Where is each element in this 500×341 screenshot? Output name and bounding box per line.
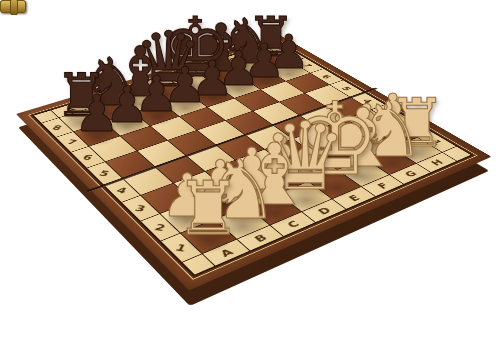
file-label-bottom-h-text: H: [428, 158, 445, 167]
rank-label-right-3-text: 3: [382, 110, 396, 117]
rank-label-right-6-text: 6: [320, 74, 333, 80]
rank-label-right-2-text: 2: [405, 124, 420, 131]
file-label-bottom-b-text: B: [252, 232, 269, 243]
chess-set-product-photo: ABCDEFGH8877665544332211ABCDEFGH ♜♞♝♛♚♝♞…: [0, 0, 500, 341]
rank-label-left-6-text: 6: [81, 153, 94, 161]
file-label-top-f-text: F: [202, 64, 214, 70]
rank-label-left-3-text: 3: [133, 203, 147, 212]
file-label-bottom-d-text: D: [315, 205, 333, 215]
file-label-bottom-a-text: A: [217, 247, 235, 259]
chess-board: ABCDEFGH8877665544332211ABCDEFGH: [16, 35, 492, 290]
rank-label-left-7-text: 7: [66, 138, 79, 145]
brass-latch-right: [0, 0, 26, 13]
board-frame: ABCDEFGH8877665544332211ABCDEFGH: [16, 35, 492, 290]
rank-label-left-5-text: 5: [98, 169, 111, 177]
rank-label-left-4-text: 4: [115, 186, 129, 195]
file-label-top-c-text: C: [122, 88, 135, 95]
file-label-top-a-text: A: [63, 106, 76, 113]
rank-label-right-8-text: 8: [283, 52, 296, 57]
file-label-bottom-e-text: E: [346, 193, 362, 202]
frame-pinstripe: ABCDEFGH8877665544332211ABCDEFGH: [28, 40, 478, 280]
rank-label-right-7-text: 7: [301, 63, 314, 68]
frame-groove: ABCDEFGH8877665544332211ABCDEFGH: [32, 41, 474, 277]
rank-label-right-1-text: 1: [429, 138, 444, 145]
rank-label-right-5-text: 5: [340, 85, 353, 91]
file-label-bottom-c-text: C: [284, 219, 301, 229]
rank-label-left-2-text: 2: [153, 222, 167, 232]
rank-label-right-4-text: 4: [360, 98, 374, 104]
file-label-bottom-f-text: F: [375, 181, 391, 190]
rank-label-left-1-text: 1: [174, 242, 188, 252]
file-label-top-b-text: B: [93, 97, 106, 104]
board-grid: ABCDEFGH8877665544332211ABCDEFGH: [34, 42, 471, 275]
rank-label-left-8-text: 8: [51, 124, 64, 131]
file-label-bottom-g-text: G: [402, 169, 419, 178]
file-label-top-e-text: E: [176, 72, 188, 78]
